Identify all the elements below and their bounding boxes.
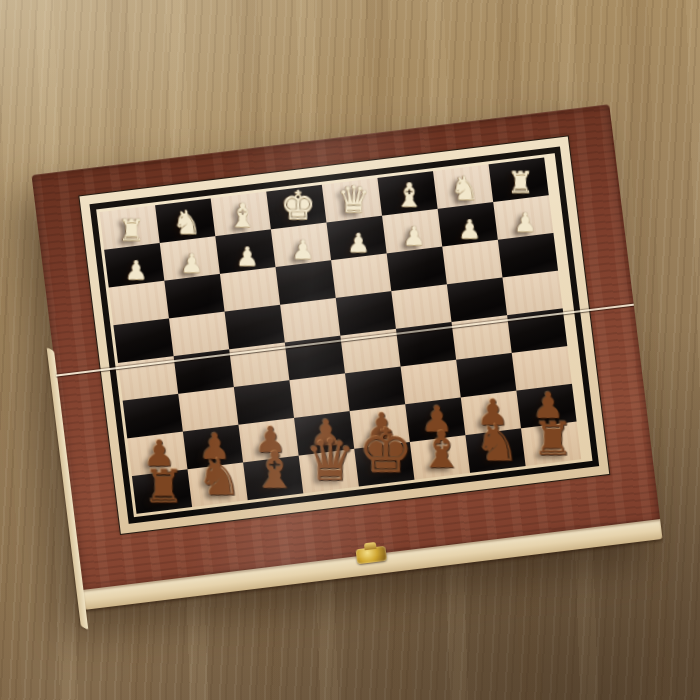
piece-white-rook[interactable]: ♜ [118, 215, 145, 245]
piece-white-pawn[interactable]: ♟ [347, 230, 370, 256]
square-b8[interactable]: ♞ [465, 428, 525, 473]
piece-white-knight[interactable]: ♞ [450, 171, 480, 204]
square-f8[interactable]: ♝ [243, 456, 303, 501]
piece-white-pawn[interactable]: ♟ [125, 257, 148, 283]
playing-field: ♜♞♝♚♛♝♞♜♟♟♟♟♟♟♟♟♟♟♟♟♟♟♟♟♜♞♝♛♚♝♞♜ [99, 157, 581, 513]
board-inner-line: ♜♞♝♚♛♝♞♜♟♟♟♟♟♟♟♟♟♟♟♟♟♟♟♟♜♞♝♛♚♝♞♜ [96, 153, 592, 517]
board-top-surface: ♜♞♝♚♛♝♞♜♟♟♟♟♟♟♟♟♟♟♟♟♟♟♟♟♜♞♝♛♚♝♞♜ [31, 104, 660, 592]
piece-dark-rook[interactable]: ♜ [143, 463, 184, 509]
piece-white-pawn[interactable]: ♟ [458, 216, 481, 242]
square-a8[interactable]: ♜ [521, 422, 581, 467]
scene: { "game": "chess", "position": { "fen": … [0, 0, 700, 700]
piece-white-pawn[interactable]: ♟ [514, 209, 537, 235]
piece-white-bishop[interactable]: ♝ [395, 178, 425, 211]
piece-white-king[interactable]: ♚ [280, 185, 316, 225]
square-h8[interactable]: ♜ [132, 469, 192, 514]
piece-white-pawn[interactable]: ♟ [180, 250, 203, 276]
piece-dark-knight[interactable]: ♞ [474, 417, 520, 468]
piece-white-rook[interactable]: ♜ [507, 168, 534, 198]
board-cream-margin: ♜♞♝♚♛♝♞♜♟♟♟♟♟♟♟♟♟♟♟♟♟♟♟♟♜♞♝♛♚♝♞♜ [78, 135, 610, 535]
piece-dark-knight[interactable]: ♞ [196, 452, 242, 503]
piece-white-queen[interactable]: ♛ [337, 181, 370, 218]
piece-dark-bishop[interactable]: ♝ [252, 445, 298, 496]
square-e8[interactable]: ♛ [299, 449, 359, 494]
brass-clasp-icon[interactable] [356, 546, 388, 565]
square-c8[interactable]: ♝ [410, 435, 470, 480]
piece-white-pawn[interactable]: ♟ [291, 237, 314, 263]
piece-dark-queen[interactable]: ♛ [305, 432, 356, 489]
piece-white-bishop[interactable]: ♝ [228, 199, 258, 232]
chess-board: ♜♞♝♚♛♝♞♜♟♟♟♟♟♟♟♟♟♟♟♟♟♟♟♟♜♞♝♛♚♝♞♜ [31, 104, 662, 610]
wooden-table: ♜♞♝♚♛♝♞♜♟♟♟♟♟♟♟♟♟♟♟♟♟♟♟♟♜♞♝♛♚♝♞♜ [0, 0, 700, 700]
square-g8[interactable]: ♞ [187, 462, 247, 507]
board-black-frame: ♜♞♝♚♛♝♞♜♟♟♟♟♟♟♟♟♟♟♟♟♟♟♟♟♜♞♝♛♚♝♞♜ [89, 146, 599, 523]
piece-white-pawn[interactable]: ♟ [236, 243, 259, 269]
piece-white-knight[interactable]: ♞ [172, 206, 202, 239]
piece-dark-rook[interactable]: ♜ [532, 416, 573, 462]
piece-dark-king[interactable]: ♚ [358, 420, 414, 482]
square-d8[interactable]: ♚ [354, 442, 414, 487]
piece-white-pawn[interactable]: ♟ [402, 223, 425, 249]
piece-dark-bishop[interactable]: ♝ [419, 424, 465, 475]
